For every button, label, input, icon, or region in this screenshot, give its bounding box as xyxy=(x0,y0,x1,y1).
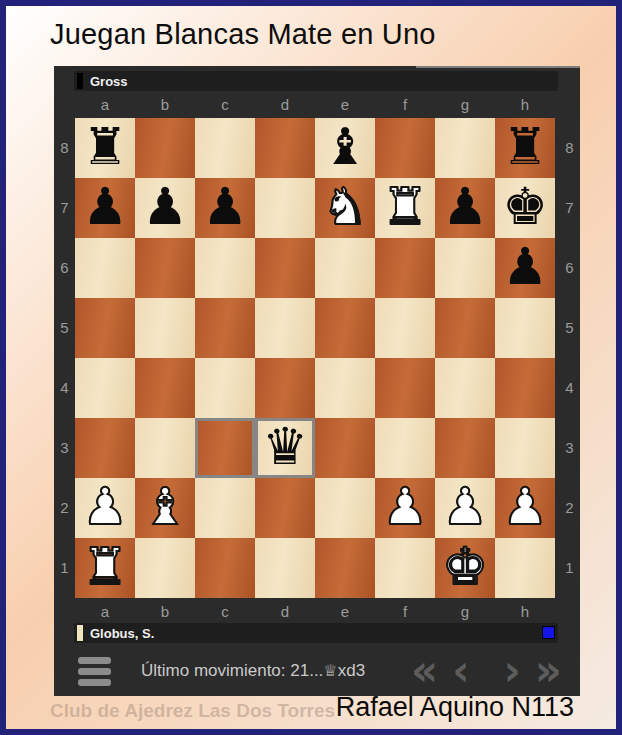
square-e2[interactable] xyxy=(315,478,375,538)
white-pawn-f2[interactable]: ♟ xyxy=(375,478,435,538)
file-label-f: f xyxy=(375,599,435,625)
player-name-white: Globus, S. xyxy=(90,626,154,641)
controls-bar: Último movimiento: 21...♕xd3 « ‹ › » xyxy=(54,646,580,696)
square-h3[interactable] xyxy=(495,418,555,478)
square-f3[interactable] xyxy=(375,418,435,478)
square-g6[interactable] xyxy=(435,238,495,298)
nav-next-button[interactable]: › xyxy=(504,651,521,691)
square-e7[interactable]: ♞ xyxy=(315,178,375,238)
file-labels-top: abcdefgh xyxy=(75,92,555,118)
square-c3[interactable] xyxy=(195,418,255,478)
black-color-chip xyxy=(77,73,83,89)
square-g5[interactable] xyxy=(435,298,495,358)
square-c6[interactable] xyxy=(195,238,255,298)
square-a8[interactable]: ♜ xyxy=(75,118,135,178)
square-f4[interactable] xyxy=(375,358,435,418)
player-bar-bottom: Globus, S. xyxy=(74,623,558,643)
rank-label-8: 8 xyxy=(54,118,75,178)
square-d2[interactable] xyxy=(255,478,315,538)
black-king-h7[interactable]: ♚ xyxy=(495,178,555,238)
square-c1[interactable] xyxy=(195,538,255,598)
file-label-a: a xyxy=(75,92,135,118)
puzzle-card: Juegan Blancas Mate en Uno Gross abcdefg… xyxy=(0,0,622,735)
file-labels-bottom: abcdefgh xyxy=(75,599,555,625)
square-f6[interactable] xyxy=(375,238,435,298)
file-label-g: g xyxy=(435,599,495,625)
white-to-move-indicator xyxy=(542,626,555,639)
square-b1[interactable] xyxy=(135,538,195,598)
square-c2[interactable] xyxy=(195,478,255,538)
square-a7[interactable]: ♟ xyxy=(75,178,135,238)
square-f2[interactable]: ♟ xyxy=(375,478,435,538)
black-bishop-e8[interactable]: ♝ xyxy=(315,118,375,178)
queen-figurine-icon: ♕ xyxy=(323,661,337,680)
player-bar-top: Gross xyxy=(74,71,558,91)
white-rook-a1[interactable]: ♜ xyxy=(75,538,135,598)
black-pawn-b7[interactable]: ♟ xyxy=(135,178,195,238)
square-e8[interactable]: ♝ xyxy=(315,118,375,178)
nav-first-button[interactable]: « xyxy=(411,651,438,691)
white-color-chip xyxy=(77,625,83,641)
black-pawn-h6[interactable]: ♟ xyxy=(495,238,555,298)
square-c7[interactable]: ♟ xyxy=(195,178,255,238)
rank-label-7: 7 xyxy=(54,178,75,238)
player-name-black: Gross xyxy=(90,74,128,89)
black-pawn-a7[interactable]: ♟ xyxy=(75,178,135,238)
white-pawn-g2[interactable]: ♟ xyxy=(435,478,495,538)
rank-labels-right: 87654321 xyxy=(559,118,580,598)
rank-label-6: 6 xyxy=(559,238,580,298)
file-label-e: e xyxy=(315,599,375,625)
square-c8[interactable] xyxy=(195,118,255,178)
square-d5[interactable] xyxy=(255,298,315,358)
square-e5[interactable] xyxy=(315,298,375,358)
square-e4[interactable] xyxy=(315,358,375,418)
square-e1[interactable] xyxy=(315,538,375,598)
square-b7[interactable]: ♟ xyxy=(135,178,195,238)
nav-prev-button[interactable]: ‹ xyxy=(452,651,469,691)
file-label-b: b xyxy=(135,599,195,625)
square-h4[interactable] xyxy=(495,358,555,418)
square-b2[interactable]: ♝ xyxy=(135,478,195,538)
square-g1[interactable]: ♚ xyxy=(435,538,495,598)
square-h1[interactable] xyxy=(495,538,555,598)
square-b5[interactable] xyxy=(135,298,195,358)
club-watermark: Club de Ajedrez Las Dos Torres xyxy=(50,700,335,722)
square-a3[interactable] xyxy=(75,418,135,478)
file-label-h: h xyxy=(495,599,555,625)
rank-label-5: 5 xyxy=(54,298,75,358)
square-h6[interactable]: ♟ xyxy=(495,238,555,298)
square-b6[interactable] xyxy=(135,238,195,298)
square-d7[interactable] xyxy=(255,178,315,238)
square-f5[interactable] xyxy=(375,298,435,358)
file-label-f: f xyxy=(375,92,435,118)
square-d6[interactable] xyxy=(255,238,315,298)
square-h5[interactable] xyxy=(495,298,555,358)
page-title: Juegan Blancas Mate en Uno xyxy=(50,18,436,51)
square-a1[interactable]: ♜ xyxy=(75,538,135,598)
rank-label-8: 8 xyxy=(559,118,580,178)
white-knight-e7[interactable]: ♞ xyxy=(315,178,375,238)
white-pawn-a2[interactable]: ♟ xyxy=(75,478,135,538)
square-g4[interactable] xyxy=(435,358,495,418)
square-d1[interactable] xyxy=(255,538,315,598)
white-pawn-h2[interactable]: ♟ xyxy=(495,478,555,538)
file-label-d: d xyxy=(255,599,315,625)
rank-label-1: 1 xyxy=(54,538,75,598)
rank-label-4: 4 xyxy=(559,358,580,418)
square-d3[interactable]: ♛ xyxy=(255,418,315,478)
square-f8[interactable] xyxy=(375,118,435,178)
square-c4[interactable] xyxy=(195,358,255,418)
file-label-b: b xyxy=(135,92,195,118)
black-queen-d3[interactable]: ♛ xyxy=(255,418,315,478)
panel-top-divider xyxy=(416,66,580,68)
chess-board: ♜♝♜♟♟♟♞♜♟♚♟♛♟♝♟♟♟♜♚ xyxy=(75,118,555,598)
rank-label-2: 2 xyxy=(54,478,75,538)
rank-label-1: 1 xyxy=(559,538,580,598)
square-g2[interactable]: ♟ xyxy=(435,478,495,538)
white-bishop-b2[interactable]: ♝ xyxy=(135,478,195,538)
square-h2[interactable]: ♟ xyxy=(495,478,555,538)
square-c5[interactable] xyxy=(195,298,255,358)
file-label-d: d xyxy=(255,92,315,118)
white-rook-f7[interactable]: ♜ xyxy=(375,178,435,238)
square-g7[interactable]: ♟ xyxy=(435,178,495,238)
square-h7[interactable]: ♚ xyxy=(495,178,555,238)
square-a4[interactable] xyxy=(75,358,135,418)
square-a5[interactable] xyxy=(75,298,135,358)
square-f7[interactable]: ♜ xyxy=(375,178,435,238)
square-g8[interactable] xyxy=(435,118,495,178)
square-f1[interactable] xyxy=(375,538,435,598)
square-a2[interactable]: ♟ xyxy=(75,478,135,538)
menu-icon[interactable] xyxy=(78,657,111,686)
black-pawn-c7[interactable]: ♟ xyxy=(195,178,255,238)
square-b3[interactable] xyxy=(135,418,195,478)
author-credit: Rafael Aquino N113 xyxy=(336,692,574,723)
square-h8[interactable]: ♜ xyxy=(495,118,555,178)
file-label-e: e xyxy=(315,92,375,118)
square-d8[interactable] xyxy=(255,118,315,178)
last-move-text: Último movimiento: 21...♕xd3 xyxy=(141,661,365,681)
rank-label-3: 3 xyxy=(54,418,75,478)
rank-label-7: 7 xyxy=(559,178,580,238)
square-e6[interactable] xyxy=(315,238,375,298)
rank-labels-left: 87654321 xyxy=(54,118,75,598)
rank-label-2: 2 xyxy=(559,478,580,538)
square-b4[interactable] xyxy=(135,358,195,418)
black-pawn-g7[interactable]: ♟ xyxy=(435,178,495,238)
black-rook-h8[interactable]: ♜ xyxy=(495,118,555,178)
file-label-a: a xyxy=(75,599,135,625)
move-navigation: « ‹ › » xyxy=(411,651,562,691)
rank-label-4: 4 xyxy=(54,358,75,418)
nav-last-button[interactable]: » xyxy=(535,651,562,691)
square-g3[interactable] xyxy=(435,418,495,478)
square-e3[interactable] xyxy=(315,418,375,478)
square-a6[interactable] xyxy=(75,238,135,298)
white-king-g1[interactable]: ♚ xyxy=(435,538,495,598)
file-label-c: c xyxy=(195,92,255,118)
file-label-g: g xyxy=(435,92,495,118)
file-label-c: c xyxy=(195,599,255,625)
rank-label-5: 5 xyxy=(559,298,580,358)
black-rook-a8[interactable]: ♜ xyxy=(75,118,135,178)
rank-label-3: 3 xyxy=(559,418,580,478)
file-label-h: h xyxy=(495,92,555,118)
square-b8[interactable] xyxy=(135,118,195,178)
square-d4[interactable] xyxy=(255,358,315,418)
chess-widget: Gross abcdefgh 87654321 ♜♝♜♟♟♟♞♜♟♚♟♛♟♝♟♟… xyxy=(54,66,580,696)
rank-label-6: 6 xyxy=(54,238,75,298)
